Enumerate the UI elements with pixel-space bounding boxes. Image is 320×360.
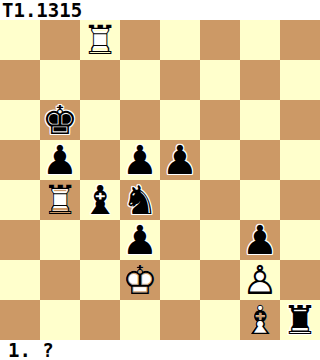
square-b1[interactable] — [40, 300, 80, 340]
chess-board: ♜♖♚♟♟♟♜♖♝♞♟♟♚♔♟♙♝♗♜ — [0, 20, 320, 340]
square-b7[interactable] — [40, 60, 80, 100]
square-g7[interactable] — [240, 60, 280, 100]
square-e4[interactable] — [160, 180, 200, 220]
square-d5[interactable]: ♟ — [120, 140, 160, 180]
square-c8[interactable]: ♜♖ — [80, 20, 120, 60]
square-c6[interactable] — [80, 100, 120, 140]
square-b8[interactable] — [40, 20, 80, 60]
square-f1[interactable] — [200, 300, 240, 340]
square-h8[interactable] — [280, 20, 320, 60]
square-e7[interactable] — [160, 60, 200, 100]
square-f6[interactable] — [200, 100, 240, 140]
square-h4[interactable] — [280, 180, 320, 220]
square-e1[interactable] — [160, 300, 200, 340]
square-a7[interactable] — [0, 60, 40, 100]
square-d1[interactable] — [120, 300, 160, 340]
square-a2[interactable] — [0, 260, 40, 300]
white-rook: ♜♖ — [80, 20, 120, 60]
square-d7[interactable] — [120, 60, 160, 100]
square-a8[interactable] — [0, 20, 40, 60]
square-g3[interactable]: ♟ — [240, 220, 280, 260]
square-h2[interactable] — [280, 260, 320, 300]
square-b5[interactable]: ♟ — [40, 140, 80, 180]
square-c1[interactable] — [80, 300, 120, 340]
square-e8[interactable] — [160, 20, 200, 60]
square-g4[interactable] — [240, 180, 280, 220]
white-rook: ♜♖ — [40, 180, 80, 220]
black-rook: ♜ — [280, 300, 320, 340]
square-h3[interactable] — [280, 220, 320, 260]
square-e2[interactable] — [160, 260, 200, 300]
puzzle-id: T1.1315 — [0, 0, 320, 20]
black-pawn: ♟ — [160, 140, 200, 180]
square-e3[interactable] — [160, 220, 200, 260]
move-prompt: 1. ? — [0, 340, 320, 360]
square-f5[interactable] — [200, 140, 240, 180]
square-f3[interactable] — [200, 220, 240, 260]
square-e6[interactable] — [160, 100, 200, 140]
square-h5[interactable] — [280, 140, 320, 180]
square-c7[interactable] — [80, 60, 120, 100]
square-f2[interactable] — [200, 260, 240, 300]
white-bishop: ♝♗ — [240, 300, 280, 340]
square-b4[interactable]: ♜♖ — [40, 180, 80, 220]
black-bishop: ♝ — [80, 180, 120, 220]
square-g2[interactable]: ♟♙ — [240, 260, 280, 300]
square-g6[interactable] — [240, 100, 280, 140]
square-a1[interactable] — [0, 300, 40, 340]
square-c5[interactable] — [80, 140, 120, 180]
black-pawn: ♟ — [40, 140, 80, 180]
square-f8[interactable] — [200, 20, 240, 60]
black-king: ♚ — [40, 100, 80, 140]
black-knight: ♞ — [120, 180, 160, 220]
square-a3[interactable] — [0, 220, 40, 260]
black-pawn: ♟ — [240, 220, 280, 260]
square-f7[interactable] — [200, 60, 240, 100]
square-h7[interactable] — [280, 60, 320, 100]
square-d8[interactable] — [120, 20, 160, 60]
square-a4[interactable] — [0, 180, 40, 220]
square-d2[interactable]: ♚♔ — [120, 260, 160, 300]
square-g1[interactable]: ♝♗ — [240, 300, 280, 340]
square-c2[interactable] — [80, 260, 120, 300]
square-d4[interactable]: ♞ — [120, 180, 160, 220]
black-pawn: ♟ — [120, 140, 160, 180]
square-a6[interactable] — [0, 100, 40, 140]
square-d3[interactable]: ♟ — [120, 220, 160, 260]
square-a5[interactable] — [0, 140, 40, 180]
square-h1[interactable]: ♜ — [280, 300, 320, 340]
square-f4[interactable] — [200, 180, 240, 220]
square-b3[interactable] — [40, 220, 80, 260]
square-c3[interactable] — [80, 220, 120, 260]
square-c4[interactable]: ♝ — [80, 180, 120, 220]
square-g8[interactable] — [240, 20, 280, 60]
white-king: ♚♔ — [120, 260, 160, 300]
square-d6[interactable] — [120, 100, 160, 140]
white-pawn: ♟♙ — [240, 260, 280, 300]
square-e5[interactable]: ♟ — [160, 140, 200, 180]
square-b6[interactable]: ♚ — [40, 100, 80, 140]
square-g5[interactable] — [240, 140, 280, 180]
square-h6[interactable] — [280, 100, 320, 140]
black-pawn: ♟ — [120, 220, 160, 260]
square-b2[interactable] — [40, 260, 80, 300]
